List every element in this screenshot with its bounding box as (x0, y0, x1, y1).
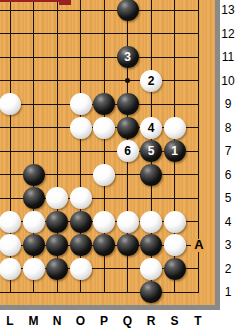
row-label-5: 5 (219, 191, 236, 205)
row-label-8: 8 (219, 121, 236, 135)
white-stone-P8 (93, 117, 115, 139)
black-stone-Q11: 3 (117, 46, 139, 68)
grid-line-horizontal (0, 57, 199, 58)
row-label-6: 6 (219, 168, 236, 182)
white-stone-O2 (70, 258, 92, 280)
board-shadow-bottom (0, 305, 220, 310)
white-stone-L4 (0, 211, 21, 233)
black-stone-R1 (140, 281, 162, 303)
black-stone-P3 (93, 234, 115, 256)
column-label-L: L (1, 314, 19, 328)
black-stone-N2 (46, 258, 68, 280)
move-number-label: 3 (124, 51, 131, 63)
column-label-S: S (166, 314, 184, 328)
white-stone-L2 (0, 258, 21, 280)
grid-line-horizontal (0, 80, 199, 81)
point-label-A: A (191, 238, 207, 252)
column-label-P: P (95, 314, 113, 328)
white-stone-O8 (70, 117, 92, 139)
black-stone-S7: 1 (164, 140, 186, 162)
row-label-11: 11 (219, 50, 236, 64)
move-number-label: 5 (148, 145, 155, 157)
white-stone-P4 (93, 211, 115, 233)
white-stone-O9 (70, 93, 92, 115)
white-stone-S3 (164, 234, 186, 256)
black-stone-M6 (23, 164, 45, 186)
black-stone-R3 (140, 234, 162, 256)
row-label-10: 10 (219, 74, 236, 88)
grid-line-horizontal (0, 292, 199, 293)
white-stone-L3 (0, 234, 21, 256)
row-label-12: 12 (219, 27, 236, 41)
move-number-label: 2 (148, 75, 155, 87)
white-stone-R10: 2 (140, 70, 162, 92)
black-stone-N4 (46, 211, 68, 233)
black-stone-N3 (46, 234, 68, 256)
white-stone-Q7: 6 (117, 140, 139, 162)
column-label-Q: Q (119, 314, 137, 328)
white-stone-N5 (46, 187, 68, 209)
star-point (125, 78, 130, 83)
row-label-4: 4 (219, 215, 236, 229)
black-stone-R7: 5 (140, 140, 162, 162)
black-stone-O3 (70, 234, 92, 256)
column-label-N: N (48, 314, 66, 328)
black-stone-R6 (140, 164, 162, 186)
black-stone-S2 (164, 258, 186, 280)
black-stone-M5 (23, 187, 45, 209)
white-stone-S8 (164, 117, 186, 139)
black-stone-Q8 (117, 117, 139, 139)
grid-line-horizontal (0, 33, 199, 34)
white-stone-R8: 4 (140, 117, 162, 139)
row-label-1: 1 (219, 285, 236, 299)
red-edge-artifact-blob (59, 0, 71, 5)
row-label-9: 9 (219, 97, 236, 111)
black-stone-Q3 (117, 234, 139, 256)
move-number-label: 4 (148, 122, 155, 134)
black-stone-O4 (70, 211, 92, 233)
row-label-13: 13 (219, 3, 236, 17)
column-label-T: T (189, 314, 207, 328)
grid-line-horizontal (0, 10, 199, 11)
white-stone-P6 (93, 164, 115, 186)
white-stone-S4 (164, 211, 186, 233)
white-stone-R4 (140, 211, 162, 233)
go-diagram: 324651A 13121110987654321 LMNOPQRST (0, 0, 236, 332)
move-number-label: 6 (124, 145, 131, 157)
go-board[interactable]: 324651A (0, 0, 215, 305)
black-stone-Q9 (117, 93, 139, 115)
black-stone-Q13 (117, 0, 139, 21)
move-number-label: 1 (171, 145, 178, 157)
white-stone-R2 (140, 258, 162, 280)
white-stone-O5 (70, 187, 92, 209)
white-stone-M2 (23, 258, 45, 280)
row-label-7: 7 (219, 144, 236, 158)
column-label-O: O (72, 314, 90, 328)
white-stone-L9 (0, 93, 21, 115)
black-stone-P9 (93, 93, 115, 115)
white-stone-Q4 (117, 211, 139, 233)
column-label-R: R (142, 314, 160, 328)
white-stone-M4 (23, 211, 45, 233)
column-label-M: M (25, 314, 43, 328)
row-label-2: 2 (219, 262, 236, 276)
row-label-3: 3 (219, 238, 236, 252)
black-stone-M3 (23, 234, 45, 256)
